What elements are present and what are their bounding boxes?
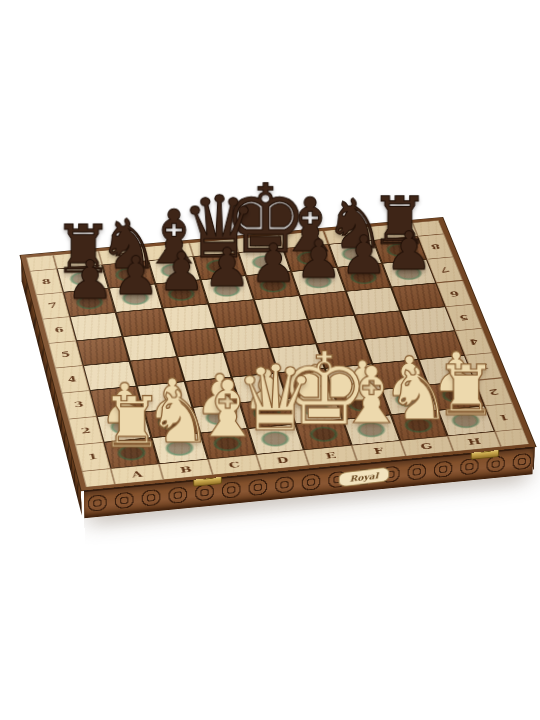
black-pawn[interactable]: ♟ (204, 242, 252, 295)
black-pawn[interactable]: ♟ (295, 233, 342, 286)
square-a6[interactable] (70, 312, 123, 341)
rank-label-left: 2 (68, 416, 103, 445)
square-g6[interactable] (345, 287, 400, 315)
frame-corner (82, 469, 115, 488)
square-a7[interactable]: ♟ (63, 288, 116, 316)
black-pawn[interactable]: ♟ (158, 246, 206, 299)
square-a5[interactable] (76, 336, 130, 365)
royal-brand-plaque: Royal (338, 467, 389, 488)
square-g7[interactable]: ♟ (337, 263, 391, 291)
black-pawn[interactable]: ♟ (340, 229, 387, 282)
rank-label-left: 5 (48, 341, 82, 368)
black-pawn[interactable]: ♟ (386, 225, 433, 278)
product-photo-scene: Royal 8877665544332211AABBCCDDEEFFGGHH♜♞… (0, 0, 540, 720)
black-pawn[interactable]: ♟ (249, 237, 296, 290)
royal-brand-label: Royal (349, 471, 378, 483)
rank-label-left: 6 (42, 316, 76, 343)
brass-latch-left (193, 474, 222, 487)
black-pawn[interactable]: ♟ (112, 250, 160, 303)
chessboard: Royal 8877665544332211AABBCCDDEEFFGGHH♜♞… (21, 218, 536, 491)
white-rook[interactable]: ♜ (100, 388, 163, 458)
square-c6[interactable] (162, 304, 216, 332)
square-b5[interactable] (123, 332, 177, 361)
brass-latch-right (471, 447, 500, 460)
black-pawn[interactable]: ♟ (66, 254, 114, 307)
square-c5[interactable] (169, 328, 223, 357)
